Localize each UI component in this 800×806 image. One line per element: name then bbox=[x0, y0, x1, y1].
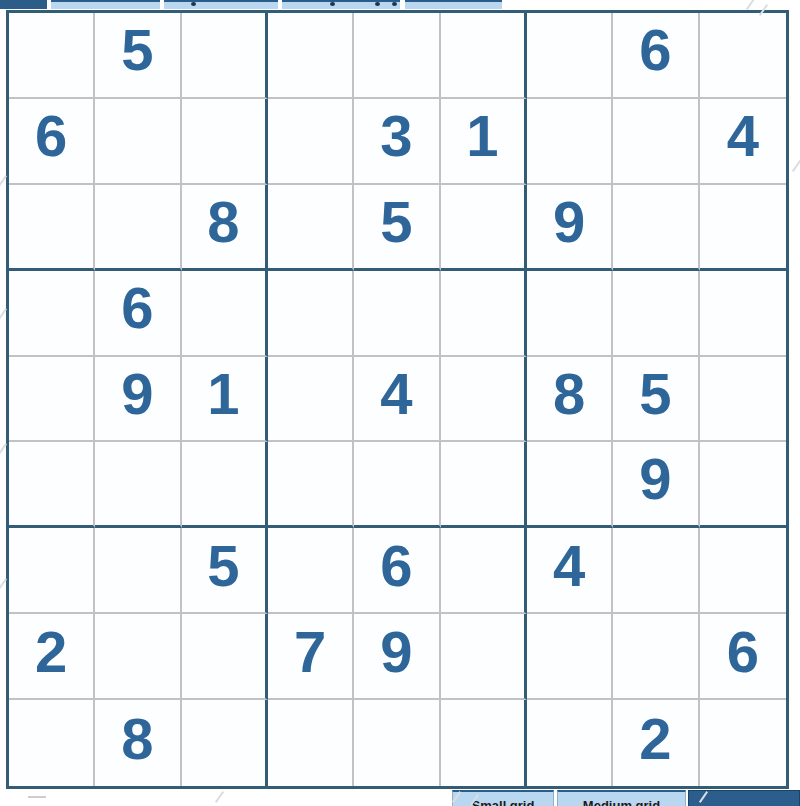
cell-r2c2[interactable] bbox=[95, 99, 181, 185]
top-tab-strip bbox=[0, 0, 800, 10]
cell-r4c8[interactable] bbox=[613, 271, 699, 357]
cell-r5c7[interactable]: 8 bbox=[527, 357, 613, 443]
cell-r2c3[interactable] bbox=[182, 99, 268, 185]
tab-5[interactable] bbox=[405, 0, 502, 9]
cell-r9c3[interactable] bbox=[182, 700, 268, 786]
tab-4[interactable] bbox=[282, 0, 400, 9]
cell-r3c1[interactable] bbox=[9, 185, 95, 271]
cell-r4c4[interactable] bbox=[268, 271, 354, 357]
cell-r6c1[interactable] bbox=[9, 442, 95, 528]
cell-r9c4[interactable] bbox=[268, 700, 354, 786]
sudoku-grid: 5663148596914859564279682 bbox=[6, 10, 789, 789]
cell-r5c9[interactable] bbox=[700, 357, 786, 443]
cell-r1c8[interactable]: 6 bbox=[613, 13, 699, 99]
cell-r7c6[interactable] bbox=[441, 528, 527, 614]
sudoku-page: { "game": "sudoku", "position": ".5.....… bbox=[0, 0, 800, 806]
cell-r3c7[interactable]: 9 bbox=[527, 185, 613, 271]
tab-text-descender bbox=[392, 2, 397, 6]
cell-r1c3[interactable] bbox=[182, 13, 268, 99]
cell-r9c8[interactable]: 2 bbox=[613, 700, 699, 786]
tab-text-descender bbox=[191, 2, 196, 6]
cell-r8c2[interactable] bbox=[95, 614, 181, 700]
cell-r5c8[interactable]: 5 bbox=[613, 357, 699, 443]
cell-r8c9[interactable]: 6 bbox=[700, 614, 786, 700]
cell-r4c9[interactable] bbox=[700, 271, 786, 357]
cell-r5c1[interactable] bbox=[9, 357, 95, 443]
cell-r7c3[interactable]: 5 bbox=[182, 528, 268, 614]
cell-r9c2[interactable]: 8 bbox=[95, 700, 181, 786]
cell-r3c4[interactable] bbox=[268, 185, 354, 271]
cell-r3c3[interactable]: 8 bbox=[182, 185, 268, 271]
cell-r4c2[interactable]: 6 bbox=[95, 271, 181, 357]
cell-r7c1[interactable] bbox=[9, 528, 95, 614]
cell-r8c6[interactable] bbox=[441, 614, 527, 700]
cell-r9c5[interactable] bbox=[354, 700, 440, 786]
cell-r4c5[interactable] bbox=[354, 271, 440, 357]
cell-r2c5[interactable]: 3 bbox=[354, 99, 440, 185]
grid-size-button-bar: Small gridMedium grid bbox=[0, 790, 800, 806]
cell-r4c3[interactable] bbox=[182, 271, 268, 357]
cell-r6c6[interactable] bbox=[441, 442, 527, 528]
cell-r2c9[interactable]: 4 bbox=[700, 99, 786, 185]
cell-r4c1[interactable] bbox=[9, 271, 95, 357]
cell-r8c4[interactable]: 7 bbox=[268, 614, 354, 700]
cell-r3c8[interactable] bbox=[613, 185, 699, 271]
cell-r9c9[interactable] bbox=[700, 700, 786, 786]
cell-r7c4[interactable] bbox=[268, 528, 354, 614]
tab-2[interactable] bbox=[51, 0, 160, 9]
cell-r1c6[interactable] bbox=[441, 13, 527, 99]
cell-r5c6[interactable] bbox=[441, 357, 527, 443]
cell-r9c7[interactable] bbox=[527, 700, 613, 786]
hatch-mark bbox=[792, 160, 800, 172]
cell-r3c9[interactable] bbox=[700, 185, 786, 271]
medium-grid-button[interactable]: Medium grid bbox=[557, 790, 686, 806]
cell-r8c7[interactable] bbox=[527, 614, 613, 700]
cell-r3c6[interactable] bbox=[441, 185, 527, 271]
cell-r7c9[interactable] bbox=[700, 528, 786, 614]
cell-r1c2[interactable]: 5 bbox=[95, 13, 181, 99]
tab-1[interactable] bbox=[0, 0, 47, 9]
cell-r4c6[interactable] bbox=[441, 271, 527, 357]
cell-r5c3[interactable]: 1 bbox=[182, 357, 268, 443]
small-grid-button[interactable]: Small grid bbox=[452, 790, 554, 806]
cell-r6c9[interactable] bbox=[700, 442, 786, 528]
cell-r8c1[interactable]: 2 bbox=[9, 614, 95, 700]
tab-3[interactable] bbox=[164, 0, 278, 9]
cell-r6c7[interactable] bbox=[527, 442, 613, 528]
cell-r9c6[interactable] bbox=[441, 700, 527, 786]
cell-r5c2[interactable]: 9 bbox=[95, 357, 181, 443]
cell-r2c6[interactable]: 1 bbox=[441, 99, 527, 185]
cell-r1c7[interactable] bbox=[527, 13, 613, 99]
hatch-mark bbox=[28, 796, 46, 798]
cell-r9c1[interactable] bbox=[9, 700, 95, 786]
cell-r1c9[interactable] bbox=[700, 13, 786, 99]
cell-r6c8[interactable]: 9 bbox=[613, 442, 699, 528]
cell-r4c7[interactable] bbox=[527, 271, 613, 357]
cell-r7c5[interactable]: 6 bbox=[354, 528, 440, 614]
cell-r2c7[interactable] bbox=[527, 99, 613, 185]
cell-r5c5[interactable]: 4 bbox=[354, 357, 440, 443]
cell-r3c5[interactable]: 5 bbox=[354, 185, 440, 271]
cell-r8c8[interactable] bbox=[613, 614, 699, 700]
cell-r5c4[interactable] bbox=[268, 357, 354, 443]
cell-r7c7[interactable]: 4 bbox=[527, 528, 613, 614]
cell-r6c5[interactable] bbox=[354, 442, 440, 528]
tab-text-descender bbox=[375, 2, 380, 6]
cell-r1c1[interactable] bbox=[9, 13, 95, 99]
cell-r2c4[interactable] bbox=[268, 99, 354, 185]
cell-r1c5[interactable] bbox=[354, 13, 440, 99]
cell-r6c4[interactable] bbox=[268, 442, 354, 528]
cell-r8c3[interactable] bbox=[182, 614, 268, 700]
cell-r2c1[interactable]: 6 bbox=[9, 99, 95, 185]
cell-r1c4[interactable] bbox=[268, 13, 354, 99]
cell-r6c2[interactable] bbox=[95, 442, 181, 528]
cell-r7c2[interactable] bbox=[95, 528, 181, 614]
cell-r8c5[interactable]: 9 bbox=[354, 614, 440, 700]
cell-r3c2[interactable] bbox=[95, 185, 181, 271]
cell-r7c8[interactable] bbox=[613, 528, 699, 614]
cell-r6c3[interactable] bbox=[182, 442, 268, 528]
tab-text-descender bbox=[330, 2, 335, 6]
cell-r2c8[interactable] bbox=[613, 99, 699, 185]
